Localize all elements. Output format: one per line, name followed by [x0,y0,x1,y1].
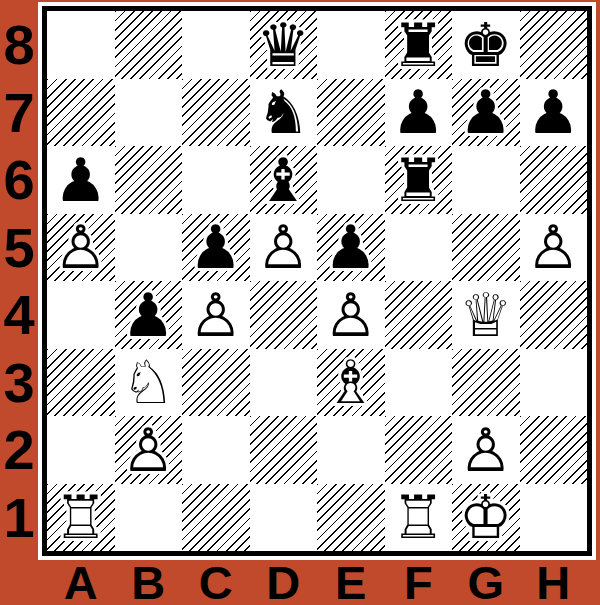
chess-board: ♛♛♜♜♚♚♞♞♟♟♟♟♟♟♟♟♝♝♜♜♟♙♟♟♟♙♟♟♟♙♟♟♟♙♟♙♛♕♞♘… [42,6,592,556]
black-rook[interactable]: ♜ [385,11,453,79]
square-c5[interactable]: ♟♟ [182,214,250,282]
file-label-e: E [317,560,385,605]
rank-label-3: 3 [0,349,38,417]
square-c2[interactable] [182,416,250,484]
square-d6[interactable]: ♝♝ [250,146,318,214]
rank-labels: 87654321 [0,11,38,551]
square-g7[interactable]: ♟♟ [452,79,520,147]
black-bishop[interactable]: ♝ [250,146,318,214]
black-pawn[interactable]: ♟ [115,281,183,349]
black-knight[interactable]: ♞ [250,79,318,147]
rank-label-2: 2 [0,416,38,484]
square-d3[interactable] [250,349,318,417]
square-g5[interactable] [452,214,520,282]
rank-label-1: 1 [0,484,38,552]
square-f4[interactable] [385,281,453,349]
square-f1[interactable]: ♜♖ [385,484,453,552]
square-h8[interactable] [520,11,588,79]
square-b1[interactable] [115,484,183,552]
square-a6[interactable]: ♟♟ [47,146,115,214]
file-label-b: B [115,560,183,605]
file-label-c: C [182,560,250,605]
square-e7[interactable] [317,79,385,147]
square-c8[interactable] [182,11,250,79]
white-queen[interactable]: ♕ [452,281,520,349]
square-b4[interactable]: ♟♟ [115,281,183,349]
white-king[interactable]: ♔ [452,484,520,552]
square-a1[interactable]: ♜♖ [47,484,115,552]
square-g6[interactable] [452,146,520,214]
square-d5[interactable]: ♟♙ [250,214,318,282]
black-rook[interactable]: ♜ [385,146,453,214]
file-label-h: H [520,560,588,605]
file-label-f: F [385,560,453,605]
white-pawn[interactable]: ♙ [520,214,588,282]
square-c6[interactable] [182,146,250,214]
rank-label-4: 4 [0,281,38,349]
square-d2[interactable] [250,416,318,484]
square-f8[interactable]: ♜♜ [385,11,453,79]
square-h3[interactable] [520,349,588,417]
board-frame: ♛♛♜♜♚♚♞♞♟♟♟♟♟♟♟♟♝♝♜♜♟♙♟♟♟♙♟♟♟♙♟♟♟♙♟♙♛♕♞♘… [38,2,596,560]
square-b8[interactable] [115,11,183,79]
rank-label-8: 8 [0,11,38,79]
square-c7[interactable] [182,79,250,147]
square-c1[interactable] [182,484,250,552]
square-b2[interactable]: ♟♙ [115,416,183,484]
square-e6[interactable] [317,146,385,214]
black-pawn[interactable]: ♟ [317,214,385,282]
square-g1[interactable]: ♚♔ [452,484,520,552]
white-pawn[interactable]: ♙ [182,281,250,349]
square-d1[interactable] [250,484,318,552]
file-label-d: D [250,560,318,605]
square-d8[interactable]: ♛♛ [250,11,318,79]
black-pawn[interactable]: ♟ [385,79,453,147]
black-pawn[interactable]: ♟ [182,214,250,282]
white-pawn[interactable]: ♙ [47,214,115,282]
square-f6[interactable]: ♜♜ [385,146,453,214]
square-b6[interactable] [115,146,183,214]
square-e3[interactable]: ♝♗ [317,349,385,417]
square-a3[interactable] [47,349,115,417]
white-pawn[interactable]: ♙ [452,416,520,484]
square-b7[interactable] [115,79,183,147]
square-h2[interactable] [520,416,588,484]
square-a7[interactable] [47,79,115,147]
square-f5[interactable] [385,214,453,282]
square-e5[interactable]: ♟♟ [317,214,385,282]
square-c3[interactable] [182,349,250,417]
white-rook[interactable]: ♖ [385,484,453,552]
square-g2[interactable]: ♟♙ [452,416,520,484]
white-pawn[interactable]: ♙ [115,416,183,484]
black-pawn[interactable]: ♟ [520,79,588,147]
square-h5[interactable]: ♟♙ [520,214,588,282]
square-d4[interactable] [250,281,318,349]
square-b5[interactable] [115,214,183,282]
white-bishop[interactable]: ♗ [317,349,385,417]
square-a5[interactable]: ♟♙ [47,214,115,282]
chess-diagram: 87654321 ♛♛♜♜♚♚♞♞♟♟♟♟♟♟♟♟♝♝♜♜♟♙♟♟♟♙♟♟♟♙♟… [0,0,600,605]
square-a2[interactable] [47,416,115,484]
square-c4[interactable]: ♟♙ [182,281,250,349]
file-label-g: G [452,560,520,605]
square-e4[interactable]: ♟♙ [317,281,385,349]
square-d7[interactable]: ♞♞ [250,79,318,147]
square-f3[interactable] [385,349,453,417]
file-labels: ABCDEFGH [47,560,587,605]
white-knight[interactable]: ♘ [115,349,183,417]
black-pawn[interactable]: ♟ [452,79,520,147]
square-h1[interactable] [520,484,588,552]
white-pawn[interactable]: ♙ [317,281,385,349]
square-e1[interactable] [317,484,385,552]
black-queen[interactable]: ♛ [250,11,318,79]
square-e8[interactable] [317,11,385,79]
square-f2[interactable] [385,416,453,484]
black-king[interactable]: ♚ [452,11,520,79]
rank-label-6: 6 [0,146,38,214]
square-g4[interactable]: ♛♕ [452,281,520,349]
black-pawn[interactable]: ♟ [47,146,115,214]
square-a8[interactable] [47,11,115,79]
square-g8[interactable]: ♚♚ [452,11,520,79]
square-h6[interactable] [520,146,588,214]
file-label-a: A [47,560,115,605]
square-f7[interactable]: ♟♟ [385,79,453,147]
white-pawn[interactable]: ♙ [250,214,318,282]
square-h7[interactable]: ♟♟ [520,79,588,147]
square-b3[interactable]: ♞♘ [115,349,183,417]
white-rook[interactable]: ♖ [47,484,115,552]
square-g3[interactable] [452,349,520,417]
square-h4[interactable] [520,281,588,349]
square-a4[interactable] [47,281,115,349]
rank-label-7: 7 [0,79,38,147]
square-e2[interactable] [317,416,385,484]
rank-label-5: 5 [0,214,38,282]
